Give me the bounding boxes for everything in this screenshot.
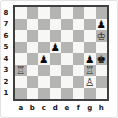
file-label-a: a — [15, 102, 27, 114]
square-d1[interactable] — [50, 88, 62, 100]
square-d5[interactable]: ♟ — [50, 42, 62, 54]
square-e5[interactable] — [61, 42, 73, 54]
square-g7[interactable] — [84, 19, 96, 31]
rank-label-7: 7 — [0, 19, 12, 31]
square-f4[interactable] — [73, 53, 85, 65]
square-b1[interactable] — [27, 88, 39, 100]
chess-diagram: 87654321 ♟♔♟♟♟♚♖♖♙ abcdefgh — [0, 0, 118, 118]
square-c3[interactable] — [38, 65, 50, 77]
rank-label-1: 1 — [0, 88, 12, 100]
square-c8[interactable] — [38, 7, 50, 19]
square-h1[interactable] — [96, 88, 108, 100]
black-pawn[interactable]: ♟ — [51, 42, 60, 53]
square-c2[interactable] — [38, 76, 50, 88]
file-label-g: g — [84, 102, 96, 114]
square-e6[interactable] — [61, 30, 73, 42]
square-g3[interactable]: ♖ — [84, 65, 96, 77]
chess-board[interactable]: ♟♔♟♟♟♚♖♖♙ — [13, 5, 109, 101]
square-c1[interactable] — [38, 88, 50, 100]
square-c7[interactable] — [38, 19, 50, 31]
square-e4[interactable] — [61, 53, 73, 65]
white-rook[interactable]: ♖ — [85, 65, 94, 76]
square-a3[interactable]: ♖ — [15, 65, 27, 77]
black-pawn[interactable]: ♟ — [39, 53, 48, 64]
file-label-e: e — [61, 102, 73, 114]
white-pawn[interactable]: ♙ — [85, 76, 94, 87]
square-d6[interactable] — [50, 30, 62, 42]
square-d2[interactable] — [50, 76, 62, 88]
square-h2[interactable] — [96, 76, 108, 88]
file-label-b: b — [27, 102, 39, 114]
square-e3[interactable] — [61, 65, 73, 77]
square-f1[interactable] — [73, 88, 85, 100]
rank-label-4: 4 — [0, 53, 12, 65]
file-label-d: d — [50, 102, 62, 114]
square-a4[interactable] — [15, 53, 27, 65]
square-a8[interactable] — [15, 7, 27, 19]
rank-label-5: 5 — [0, 42, 12, 54]
rank-label-2: 2 — [0, 76, 12, 88]
square-g1[interactable] — [84, 88, 96, 100]
square-f3[interactable] — [73, 65, 85, 77]
file-label-c: c — [38, 102, 50, 114]
square-a1[interactable] — [15, 88, 27, 100]
square-b3[interactable] — [27, 65, 39, 77]
square-h6[interactable]: ♔ — [96, 30, 108, 42]
square-c4[interactable]: ♟ — [38, 53, 50, 65]
square-f7[interactable] — [73, 19, 85, 31]
square-e1[interactable] — [61, 88, 73, 100]
file-labels: abcdefgh — [15, 102, 107, 114]
square-a2[interactable] — [15, 76, 27, 88]
square-h3[interactable] — [96, 65, 108, 77]
square-h5[interactable] — [96, 42, 108, 54]
square-d4[interactable] — [50, 53, 62, 65]
black-pawn[interactable]: ♟ — [85, 53, 94, 64]
square-f2[interactable] — [73, 76, 85, 88]
file-label-h: h — [96, 102, 108, 114]
square-b2[interactable] — [27, 76, 39, 88]
square-g5[interactable] — [84, 42, 96, 54]
rank-labels: 87654321 — [0, 7, 12, 99]
square-e7[interactable] — [61, 19, 73, 31]
black-pawn[interactable]: ♟ — [97, 19, 106, 30]
square-d7[interactable] — [50, 19, 62, 31]
square-a5[interactable] — [15, 42, 27, 54]
square-g8[interactable] — [84, 7, 96, 19]
square-g6[interactable] — [84, 30, 96, 42]
square-f6[interactable] — [73, 30, 85, 42]
square-b6[interactable] — [27, 30, 39, 42]
square-h8[interactable] — [96, 7, 108, 19]
square-d8[interactable] — [50, 7, 62, 19]
square-f8[interactable] — [73, 7, 85, 19]
square-b4[interactable] — [27, 53, 39, 65]
square-e8[interactable] — [61, 7, 73, 19]
square-c5[interactable] — [38, 42, 50, 54]
file-label-f: f — [73, 102, 85, 114]
rank-label-3: 3 — [0, 65, 12, 77]
rank-label-8: 8 — [0, 7, 12, 19]
square-b8[interactable] — [27, 7, 39, 19]
square-g2[interactable]: ♙ — [84, 76, 96, 88]
square-g4[interactable]: ♟ — [84, 53, 96, 65]
square-e2[interactable] — [61, 76, 73, 88]
square-b7[interactable] — [27, 19, 39, 31]
rank-label-6: 6 — [0, 30, 12, 42]
square-c6[interactable] — [38, 30, 50, 42]
white-king[interactable]: ♔ — [97, 30, 106, 41]
black-king[interactable]: ♚ — [97, 53, 106, 64]
square-b5[interactable] — [27, 42, 39, 54]
square-d3[interactable] — [50, 65, 62, 77]
square-a6[interactable] — [15, 30, 27, 42]
square-h7[interactable]: ♟ — [96, 19, 108, 31]
square-f5[interactable] — [73, 42, 85, 54]
white-rook[interactable]: ♖ — [16, 65, 25, 76]
square-h4[interactable]: ♚ — [96, 53, 108, 65]
square-a7[interactable] — [15, 19, 27, 31]
